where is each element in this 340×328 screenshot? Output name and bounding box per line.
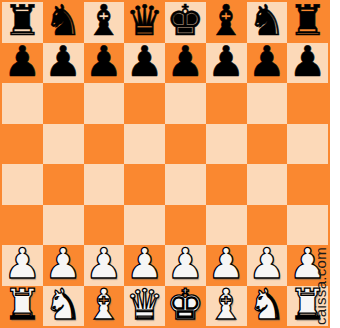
- square-a8[interactable]: ♜: [2, 2, 43, 43]
- square-a2[interactable]: ♟: [2, 245, 43, 286]
- square-b2[interactable]: ♟: [43, 245, 84, 286]
- square-d7[interactable]: ♟: [124, 43, 165, 84]
- square-h6[interactable]: [287, 83, 328, 124]
- square-g4[interactable]: [247, 164, 288, 205]
- square-e1[interactable]: ♚: [165, 286, 206, 327]
- square-h8[interactable]: ♜: [287, 2, 328, 43]
- piece-black-queen: ♛: [126, 2, 164, 42]
- piece-white-bishop: ♝: [85, 286, 123, 326]
- square-e7[interactable]: ♟: [165, 43, 206, 84]
- square-d5[interactable]: [124, 124, 165, 165]
- square-d3[interactable]: [124, 205, 165, 246]
- square-e4[interactable]: [165, 164, 206, 205]
- piece-white-pawn: ♟: [167, 245, 205, 285]
- square-a6[interactable]: [2, 83, 43, 124]
- square-c5[interactable]: [84, 124, 125, 165]
- square-g5[interactable]: [247, 124, 288, 165]
- brand-strip: caissa.com: [330, 0, 340, 328]
- square-c3[interactable]: [84, 205, 125, 246]
- square-g8[interactable]: ♞: [247, 2, 288, 43]
- square-h3[interactable]: [287, 205, 328, 246]
- square-h7[interactable]: ♟: [287, 43, 328, 84]
- piece-black-knight: ♞: [248, 2, 286, 42]
- square-g2[interactable]: ♟: [247, 245, 288, 286]
- brand-label: caissa.com: [312, 247, 329, 325]
- square-b5[interactable]: [43, 124, 84, 165]
- piece-black-pawn: ♟: [4, 43, 42, 83]
- piece-black-rook: ♜: [289, 2, 327, 42]
- piece-black-pawn: ♟: [44, 43, 82, 83]
- square-d2[interactable]: ♟: [124, 245, 165, 286]
- piece-white-pawn: ♟: [126, 245, 164, 285]
- square-f1[interactable]: ♝: [206, 286, 247, 327]
- square-a4[interactable]: [2, 164, 43, 205]
- square-e5[interactable]: [165, 124, 206, 165]
- square-e6[interactable]: [165, 83, 206, 124]
- piece-white-king: ♚: [167, 286, 205, 326]
- square-f2[interactable]: ♟: [206, 245, 247, 286]
- square-c7[interactable]: ♟: [84, 43, 125, 84]
- square-e2[interactable]: ♟: [165, 245, 206, 286]
- square-d8[interactable]: ♛: [124, 2, 165, 43]
- chess-board: ♜♞♝♛♚♝♞♜♟♟♟♟♟♟♟♟♟♟♟♟♟♟♟♟♜♞♝♛♚♝♞♜: [2, 2, 328, 326]
- square-f8[interactable]: ♝: [206, 2, 247, 43]
- square-g3[interactable]: [247, 205, 288, 246]
- piece-white-pawn: ♟: [44, 245, 82, 285]
- square-f3[interactable]: [206, 205, 247, 246]
- square-d1[interactable]: ♛: [124, 286, 165, 327]
- square-d4[interactable]: [124, 164, 165, 205]
- piece-white-pawn: ♟: [4, 245, 42, 285]
- piece-white-queen: ♛: [126, 286, 164, 326]
- piece-black-pawn: ♟: [167, 43, 205, 83]
- piece-black-bishop: ♝: [207, 2, 245, 42]
- square-b4[interactable]: [43, 164, 84, 205]
- square-h4[interactable]: [287, 164, 328, 205]
- square-g7[interactable]: ♟: [247, 43, 288, 84]
- square-c1[interactable]: ♝: [84, 286, 125, 327]
- piece-white-rook: ♜: [4, 286, 42, 326]
- square-f5[interactable]: [206, 124, 247, 165]
- square-c8[interactable]: ♝: [84, 2, 125, 43]
- square-d6[interactable]: [124, 83, 165, 124]
- piece-black-pawn: ♟: [289, 43, 327, 83]
- square-c4[interactable]: [84, 164, 125, 205]
- square-b7[interactable]: ♟: [43, 43, 84, 84]
- square-b8[interactable]: ♞: [43, 2, 84, 43]
- square-e8[interactable]: ♚: [165, 2, 206, 43]
- piece-white-pawn: ♟: [207, 245, 245, 285]
- piece-black-pawn: ♟: [126, 43, 164, 83]
- square-a5[interactable]: [2, 124, 43, 165]
- piece-white-knight: ♞: [248, 286, 286, 326]
- piece-black-king: ♚: [167, 2, 205, 42]
- piece-white-pawn: ♟: [85, 245, 123, 285]
- square-h5[interactable]: [287, 124, 328, 165]
- chess-board-frame: ♜♞♝♛♚♝♞♜♟♟♟♟♟♟♟♟♟♟♟♟♟♟♟♟♜♞♝♛♚♝♞♜: [0, 0, 330, 328]
- square-g1[interactable]: ♞: [247, 286, 288, 327]
- square-c6[interactable]: [84, 83, 125, 124]
- piece-black-knight: ♞: [44, 2, 82, 42]
- square-b1[interactable]: ♞: [43, 286, 84, 327]
- piece-white-bishop: ♝: [207, 286, 245, 326]
- square-c2[interactable]: ♟: [84, 245, 125, 286]
- piece-white-knight: ♞: [44, 286, 82, 326]
- square-a3[interactable]: [2, 205, 43, 246]
- square-f7[interactable]: ♟: [206, 43, 247, 84]
- square-a7[interactable]: ♟: [2, 43, 43, 84]
- piece-black-rook: ♜: [4, 2, 42, 42]
- square-e3[interactable]: [165, 205, 206, 246]
- square-a1[interactable]: ♜: [2, 286, 43, 327]
- square-g6[interactable]: [247, 83, 288, 124]
- piece-black-pawn: ♟: [85, 43, 123, 83]
- piece-black-pawn: ♟: [207, 43, 245, 83]
- square-b6[interactable]: [43, 83, 84, 124]
- square-b3[interactable]: [43, 205, 84, 246]
- piece-white-pawn: ♟: [248, 245, 286, 285]
- piece-black-bishop: ♝: [85, 2, 123, 42]
- square-f6[interactable]: [206, 83, 247, 124]
- square-f4[interactable]: [206, 164, 247, 205]
- piece-black-pawn: ♟: [248, 43, 286, 83]
